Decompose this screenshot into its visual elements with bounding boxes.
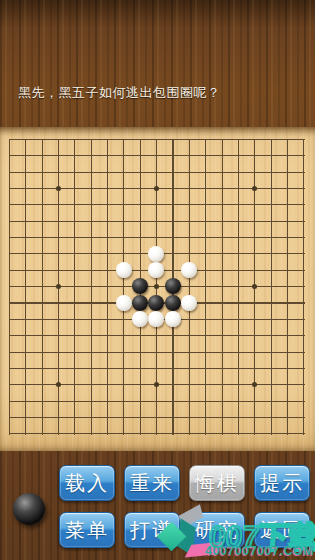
hint-button[interactable]: 提示 [254,465,310,501]
stone-white [148,262,164,278]
stone-white [116,262,132,278]
stone-white [181,262,197,278]
stone-black [165,295,181,311]
undo-button[interactable]: 悔棋 [189,465,245,501]
restart-button[interactable]: 重来 [124,465,180,501]
stone-black [132,278,148,294]
stone-white [148,311,164,327]
board-stones-layer [1,131,312,442]
stone-white [181,295,197,311]
menu-button[interactable]: 菜单 [59,512,115,548]
back-button[interactable]: 返回 [254,512,310,548]
load-button[interactable]: 载入 [59,465,115,501]
kifu-button[interactable]: 打谱 [124,512,180,548]
stone-white [132,311,148,327]
stone-white [165,311,181,327]
app-root: 黑先，黑五子如何逃出包围圈呢？ 载入重来悔棋提示菜单打谱研究返回 007下载 4… [0,0,315,560]
game-board[interactable] [0,127,315,451]
turn-indicator-black-stone [13,493,45,525]
stone-black [148,295,164,311]
stone-black [165,278,181,294]
stone-white [148,246,164,262]
stone-white [116,295,132,311]
stone-black [132,295,148,311]
study-button[interactable]: 研究 [189,512,245,548]
puzzle-prompt: 黑先，黑五子如何逃出包围圈呢？ [18,84,221,102]
